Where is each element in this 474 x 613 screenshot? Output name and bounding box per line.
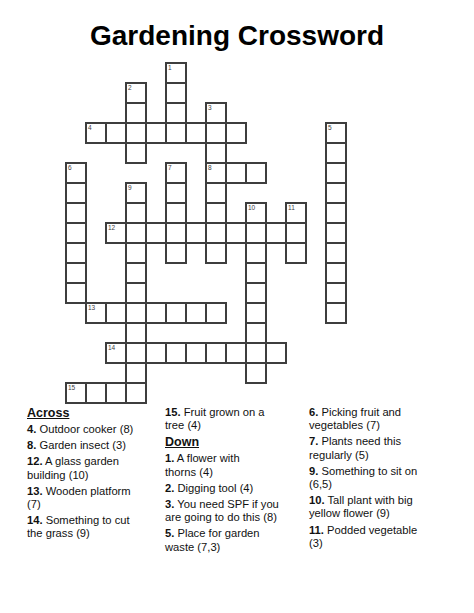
grid-cell-r3c5[interactable]: [166, 123, 186, 143]
clue-across-14: 14. Something to cut the grass (9): [27, 514, 165, 540]
grid-cell-r12c6[interactable]: [186, 303, 206, 323]
cell-number: 11: [288, 204, 295, 212]
clue-text: Something to sit on (6,5): [309, 465, 417, 490]
down-clue-list: 1. A flower with thorns (4)2. Digging to…: [165, 452, 310, 553]
grid-cell-r14c9[interactable]: [246, 343, 266, 363]
grid-cell-r8c7[interactable]: [206, 223, 226, 243]
grid-cell-r10c0[interactable]: [66, 263, 86, 283]
grid-cell-r6c0[interactable]: [66, 183, 86, 203]
clue-down-2: 2. Digging tool (4): [165, 482, 310, 495]
grid-cell-r9c7[interactable]: [206, 243, 226, 263]
grid-cell-r16c3[interactable]: [126, 383, 146, 403]
grid-cell-r7c9[interactable]: 10: [246, 203, 266, 223]
grid-cell-r9c0[interactable]: [66, 243, 86, 263]
down-header: Down: [165, 435, 310, 449]
grid-cell-r4c13[interactable]: [326, 143, 346, 163]
grid-cell-r13c9[interactable]: [246, 323, 266, 343]
grid-cell-r8c8[interactable]: [226, 223, 246, 243]
clue-across-8: 8. Garden insect (3): [27, 439, 165, 452]
clue-number: 10.: [309, 494, 325, 506]
grid-cell-r14c7[interactable]: [206, 343, 226, 363]
clue-text: Something to cut the grass (9): [27, 514, 130, 539]
clue-number: 13.: [27, 485, 43, 497]
grid-cell-r14c10[interactable]: [266, 343, 286, 363]
clue-down-5: 5. Place for garden waste (7,3): [165, 527, 310, 553]
clue-number: 12.: [27, 455, 43, 467]
grid-cell-r8c10[interactable]: [266, 223, 286, 243]
grid-cell-r10c3[interactable]: [126, 263, 146, 283]
grid-cell-r12c3[interactable]: [126, 303, 146, 323]
clue-column-middle: 15. Fruit grown on a tree (4) Down 1. A …: [165, 406, 310, 557]
grid-cell-r12c5[interactable]: [166, 303, 186, 323]
grid-cell-r3c3[interactable]: [126, 123, 146, 143]
clue-down-6: 6. Picking fruit and vegetables (7): [309, 406, 472, 432]
grid-cell-r7c3[interactable]: [126, 203, 146, 223]
clue-text: Plants need this regularly (5): [309, 435, 401, 460]
cell-number: 2: [128, 84, 132, 92]
clue-text: Fruit grown on a tree (4): [165, 406, 265, 431]
cell-number: 7: [168, 164, 172, 172]
grid-cell-r3c2[interactable]: [106, 123, 126, 143]
clue-text: A flower with thorns (4): [165, 452, 240, 477]
grid-cell-r15c3[interactable]: [126, 363, 146, 383]
grid-cell-r2c5[interactable]: [166, 103, 186, 123]
grid-cell-r3c6[interactable]: [186, 123, 206, 143]
clue-text: Place for garden waste (7,3): [165, 527, 260, 552]
grid-cell-r5c5[interactable]: 7: [166, 163, 186, 183]
clue-across-4: 4. Outdoor cooker (8): [27, 423, 165, 436]
clue-number: 5.: [165, 527, 174, 539]
grid-cell-r6c13[interactable]: [326, 183, 346, 203]
grid-cell-r5c8[interactable]: [226, 163, 246, 183]
grid-cell-r6c3[interactable]: 9: [126, 183, 146, 203]
clue-down-3: 3. You need SPF if you are going to do t…: [165, 498, 310, 524]
clue-column-down: 6. Picking fruit and vegetables (7)7. Pl…: [309, 406, 472, 553]
clue-number: 8.: [27, 439, 36, 451]
clue-text: Wooden platform (7): [27, 485, 131, 510]
crossword-page: Gardening Crossword 12345678910111213141…: [0, 0, 474, 613]
grid-cell-r16c2[interactable]: [106, 383, 126, 403]
clue-text: You need SPF if you are going to do this…: [165, 498, 279, 523]
grid-cell-r7c0[interactable]: [66, 203, 86, 223]
grid-cell-r12c9[interactable]: [246, 303, 266, 323]
grid-cell-r8c0[interactable]: [66, 223, 86, 243]
cell-number: 9: [128, 184, 132, 192]
grid-cell-r9c11[interactable]: [286, 243, 306, 263]
grid-cell-r14c2[interactable]: 14: [106, 343, 126, 363]
clue-number: 14.: [27, 514, 43, 526]
cell-number: 14: [108, 344, 115, 352]
across-header: Across: [27, 406, 165, 420]
clue-number: 3.: [165, 498, 174, 510]
grid-cell-r12c2[interactable]: [106, 303, 126, 323]
grid-cell-r14c8[interactable]: [226, 343, 246, 363]
grid-cell-r10c9[interactable]: [246, 263, 266, 283]
grid-cell-r5c9[interactable]: [246, 163, 266, 183]
grid-cell-r8c2[interactable]: 12: [106, 223, 126, 243]
across-clue-list: 4. Outdoor cooker (8)8. Garden insect (3…: [27, 423, 165, 541]
grid-cell-r11c3[interactable]: [126, 283, 146, 303]
clue-down-1: 1. A flower with thorns (4): [165, 452, 310, 478]
grid-cell-r14c3[interactable]: [126, 343, 146, 363]
across-clue-list-continued: 15. Fruit grown on a tree (4): [165, 406, 310, 432]
grid-cell-r15c9[interactable]: [246, 363, 266, 383]
clue-across-13: 13. Wooden platform (7): [27, 485, 165, 511]
grid-cell-r6c5[interactable]: [166, 183, 186, 203]
grid-cell-r9c5[interactable]: [166, 243, 186, 263]
cell-number: 1: [168, 64, 172, 72]
grid-cell-r1c3[interactable]: 2: [126, 83, 146, 103]
clue-number: 1.: [165, 452, 174, 464]
grid-cell-r11c0[interactable]: [66, 283, 86, 303]
grid-cell-r16c0[interactable]: 15: [66, 383, 86, 403]
grid-cell-r8c4[interactable]: [146, 223, 166, 243]
clue-number: 15.: [165, 406, 181, 418]
grid-cell-r12c4[interactable]: [146, 303, 166, 323]
cell-number: 3: [208, 104, 212, 112]
grid-cell-r3c7[interactable]: [206, 123, 226, 143]
grid-cell-r8c6[interactable]: [186, 223, 206, 243]
cell-number: 10: [248, 204, 255, 212]
grid-cell-r12c1[interactable]: 13: [86, 303, 106, 323]
grid-cell-r3c13[interactable]: 5: [326, 123, 346, 143]
grid-cell-r10c13[interactable]: [326, 263, 346, 283]
down-clue-list-continued: 6. Picking fruit and vegetables (7)7. Pl…: [309, 406, 472, 550]
clue-down-11: 11. Podded vegetable (3): [309, 524, 472, 550]
cell-number: 13: [88, 304, 95, 312]
grid-cell-r3c8[interactable]: [226, 123, 246, 143]
grid-cell-r11c9[interactable]: [246, 283, 266, 303]
grid-cell-r12c7[interactable]: [206, 303, 226, 323]
grid-cell-r14c6[interactable]: [186, 343, 206, 363]
grid-cell-r8c9[interactable]: [246, 223, 266, 243]
crossword-grid: 123456789101112131415: [66, 63, 346, 403]
grid-cell-r2c3[interactable]: [126, 103, 146, 123]
grid-cell-r5c7[interactable]: 8: [206, 163, 226, 183]
grid-cell-r4c7[interactable]: [206, 143, 226, 163]
cell-number: 4: [88, 124, 92, 132]
grid-cell-r8c3[interactable]: [126, 223, 146, 243]
grid-cell-r11c13[interactable]: [326, 283, 346, 303]
clue-number: 2.: [165, 482, 174, 494]
clue-across-12: 12. A glass garden building (10): [27, 455, 165, 481]
grid-cell-r7c7[interactable]: [206, 203, 226, 223]
cell-number: 8: [208, 164, 212, 172]
grid-cell-r3c4[interactable]: [146, 123, 166, 143]
cell-number: 5: [328, 124, 332, 132]
grid-cell-r3c1[interactable]: 4: [86, 123, 106, 143]
clue-number: 11.: [309, 524, 324, 536]
clue-down-7: 7. Plants need this regularly (5): [309, 435, 472, 461]
puzzle-title: Gardening Crossword: [0, 20, 474, 52]
grid-cell-r1c5[interactable]: [166, 83, 186, 103]
grid-cell-r4c3[interactable]: [126, 143, 146, 163]
grid-cell-r5c0[interactable]: 6: [66, 163, 86, 183]
grid-cell-r9c9[interactable]: [246, 243, 266, 263]
grid-cell-r8c5[interactable]: [166, 223, 186, 243]
grid-cell-r13c3[interactable]: [126, 323, 146, 343]
grid-cell-r9c3[interactable]: [126, 243, 146, 263]
grid-cell-r2c7[interactable]: 3: [206, 103, 226, 123]
clue-down-10: 10. Tall plant with big yellow flower (9…: [309, 494, 472, 520]
clue-column-across: Across 4. Outdoor cooker (8)8. Garden in…: [27, 406, 165, 544]
grid-cell-r6c7[interactable]: [206, 183, 226, 203]
clue-text: Outdoor cooker (8): [36, 423, 133, 435]
cell-number: 12: [108, 224, 115, 232]
clue-text: Garden insect (3): [36, 439, 126, 451]
clue-number: 4.: [27, 423, 36, 435]
grid-cell-r12c13[interactable]: [326, 303, 346, 323]
grid-cell-r16c1[interactable]: [86, 383, 106, 403]
clue-text: Digging tool (4): [174, 482, 253, 494]
grid-cell-r14c5[interactable]: [166, 343, 186, 363]
clue-number: 7.: [309, 435, 318, 447]
grid-cell-r9c13[interactable]: [326, 243, 346, 263]
clue-across-15: 15. Fruit grown on a tree (4): [165, 406, 310, 432]
clue-number: 9.: [309, 465, 318, 477]
clue-text: Podded vegetable (3): [309, 524, 417, 549]
grid-cell-r8c13[interactable]: [326, 223, 346, 243]
grid-cell-r8c11[interactable]: [286, 223, 306, 243]
cell-number: 6: [68, 164, 72, 172]
grid-cell-r5c13[interactable]: [326, 163, 346, 183]
clue-down-9: 9. Something to sit on (6,5): [309, 465, 472, 491]
grid-cell-r0c5[interactable]: 1: [166, 63, 186, 83]
cell-number: 15: [68, 384, 75, 392]
grid-cell-r7c5[interactable]: [166, 203, 186, 223]
clue-text: Picking fruit and vegetables (7): [309, 406, 401, 431]
clue-number: 6.: [309, 406, 318, 418]
grid-cell-r7c13[interactable]: [326, 203, 346, 223]
clue-text: Tall plant with big yellow flower (9): [309, 494, 413, 519]
grid-cell-r14c4[interactable]: [146, 343, 166, 363]
grid-cell-r7c11[interactable]: 11: [286, 203, 306, 223]
